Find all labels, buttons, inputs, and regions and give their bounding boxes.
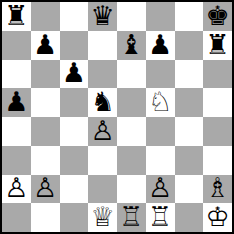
square-f1[interactable]: ♖ xyxy=(146,203,175,232)
square-a3[interactable] xyxy=(2,146,31,175)
square-b7[interactable]: ♟ xyxy=(31,31,60,60)
square-a7[interactable] xyxy=(2,31,31,60)
square-c2[interactable] xyxy=(60,175,89,204)
square-b4[interactable] xyxy=(31,117,60,146)
square-c1[interactable] xyxy=(60,203,89,232)
piece-white-king: ♔ xyxy=(206,203,230,230)
chess-board: ♜♛♚♟♝♟♜♟♟♞♘♙♙♙♙♗♕♖♖♔ xyxy=(0,0,234,234)
square-b6[interactable] xyxy=(31,60,60,89)
square-d8[interactable]: ♛ xyxy=(88,2,117,31)
piece-black-pawn: ♟ xyxy=(4,88,28,115)
piece-black-king: ♚ xyxy=(206,2,230,29)
square-d4[interactable]: ♙ xyxy=(88,117,117,146)
piece-white-bishop: ♗ xyxy=(206,175,230,202)
square-f2[interactable]: ♙ xyxy=(146,175,175,204)
piece-black-rook: ♜ xyxy=(206,31,230,58)
square-d1[interactable]: ♕ xyxy=(88,203,117,232)
square-d6[interactable] xyxy=(88,60,117,89)
square-g5[interactable] xyxy=(175,88,204,117)
square-h2[interactable]: ♗ xyxy=(203,175,232,204)
square-a5[interactable]: ♟ xyxy=(2,88,31,117)
piece-white-knight: ♘ xyxy=(148,88,172,115)
square-h5[interactable] xyxy=(203,88,232,117)
piece-black-rook: ♜ xyxy=(4,2,28,29)
square-e8[interactable] xyxy=(117,2,146,31)
square-f6[interactable] xyxy=(146,60,175,89)
piece-black-pawn: ♟ xyxy=(33,31,57,58)
square-b2[interactable]: ♙ xyxy=(31,175,60,204)
square-a4[interactable] xyxy=(2,117,31,146)
square-b5[interactable] xyxy=(31,88,60,117)
square-a8[interactable]: ♜ xyxy=(2,2,31,31)
piece-black-bishop: ♝ xyxy=(119,31,143,58)
square-a6[interactable] xyxy=(2,60,31,89)
square-g1[interactable] xyxy=(175,203,204,232)
square-f8[interactable] xyxy=(146,2,175,31)
piece-white-pawn: ♙ xyxy=(91,117,115,144)
square-e6[interactable] xyxy=(117,60,146,89)
board-grid: ♜♛♚♟♝♟♜♟♟♞♘♙♙♙♙♗♕♖♖♔ xyxy=(2,2,232,232)
square-d2[interactable] xyxy=(88,175,117,204)
square-e4[interactable] xyxy=(117,117,146,146)
square-c8[interactable] xyxy=(60,2,89,31)
square-b1[interactable] xyxy=(31,203,60,232)
piece-white-rook: ♖ xyxy=(148,203,172,230)
square-e5[interactable] xyxy=(117,88,146,117)
square-h6[interactable] xyxy=(203,60,232,89)
piece-white-rook: ♖ xyxy=(119,203,143,230)
piece-white-pawn: ♙ xyxy=(4,175,28,202)
piece-black-pawn: ♟ xyxy=(148,31,172,58)
square-h4[interactable] xyxy=(203,117,232,146)
square-a2[interactable]: ♙ xyxy=(2,175,31,204)
square-a1[interactable] xyxy=(2,203,31,232)
square-h7[interactable]: ♜ xyxy=(203,31,232,60)
square-c3[interactable] xyxy=(60,146,89,175)
square-g3[interactable] xyxy=(175,146,204,175)
square-b3[interactable] xyxy=(31,146,60,175)
square-e1[interactable]: ♖ xyxy=(117,203,146,232)
square-e7[interactable]: ♝ xyxy=(117,31,146,60)
square-f5[interactable]: ♘ xyxy=(146,88,175,117)
square-f3[interactable] xyxy=(146,146,175,175)
piece-black-pawn: ♟ xyxy=(62,60,86,87)
square-d5[interactable]: ♞ xyxy=(88,88,117,117)
square-e2[interactable] xyxy=(117,175,146,204)
piece-black-queen: ♛ xyxy=(91,2,115,29)
piece-black-knight: ♞ xyxy=(91,88,115,115)
square-c7[interactable] xyxy=(60,31,89,60)
piece-white-pawn: ♙ xyxy=(33,175,57,202)
square-d3[interactable] xyxy=(88,146,117,175)
square-g4[interactable] xyxy=(175,117,204,146)
piece-white-pawn: ♙ xyxy=(148,175,172,202)
square-c4[interactable] xyxy=(60,117,89,146)
square-g7[interactable] xyxy=(175,31,204,60)
square-h3[interactable] xyxy=(203,146,232,175)
square-g2[interactable] xyxy=(175,175,204,204)
square-h1[interactable]: ♔ xyxy=(203,203,232,232)
square-d7[interactable] xyxy=(88,31,117,60)
piece-white-queen: ♕ xyxy=(91,203,115,230)
square-c5[interactable] xyxy=(60,88,89,117)
square-e3[interactable] xyxy=(117,146,146,175)
square-g6[interactable] xyxy=(175,60,204,89)
square-h8[interactable]: ♚ xyxy=(203,2,232,31)
square-b8[interactable] xyxy=(31,2,60,31)
square-c6[interactable]: ♟ xyxy=(60,60,89,89)
square-g8[interactable] xyxy=(175,2,204,31)
square-f7[interactable]: ♟ xyxy=(146,31,175,60)
square-f4[interactable] xyxy=(146,117,175,146)
